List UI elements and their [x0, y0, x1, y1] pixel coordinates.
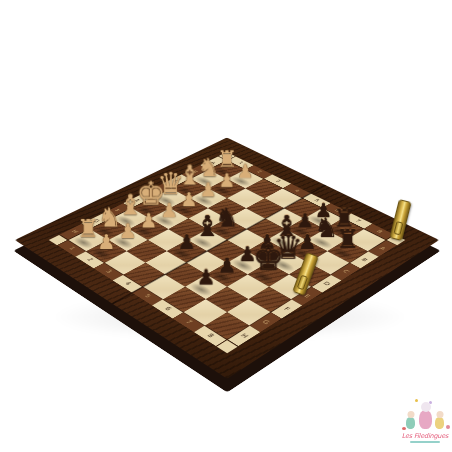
brand-logo: Les Filedingues: [399, 399, 451, 451]
logo-dot: [402, 427, 406, 430]
product-photo: 12345678 12345678 ABCDEFGH ABCDEFGH ♜♟♟♜…: [0, 0, 452, 452]
piece-white-pawn: ♟: [82, 232, 131, 252]
logo-figures: [399, 399, 451, 431]
logo-dot: [415, 399, 418, 402]
logo-dot: [446, 425, 450, 429]
board-squares: ♜♟♟♜♞♟♟♞♜♝♟♝♟♛♟♞♟♛♚♟♝♟♚♝♟♟♟♞♟♟♜♟: [69, 161, 386, 339]
brand-name: Les Filedingues: [399, 432, 451, 440]
piece-black-pawn: ♟: [181, 267, 232, 288]
logo-child-figure: [435, 417, 444, 429]
logo-child-figure: [406, 417, 415, 429]
perspective-wrapper: 12345678 12345678 ABCDEFGH ABCDEFGH ♜♟♟♜…: [0, 0, 452, 452]
chessboard: 12345678 12345678 ABCDEFGH ABCDEFGH ♜♟♟♜…: [15, 137, 439, 378]
piece-black-pawn: ♟: [162, 232, 211, 252]
brand-tagline-line: [410, 441, 440, 443]
logo-adult-figure: [419, 410, 432, 429]
